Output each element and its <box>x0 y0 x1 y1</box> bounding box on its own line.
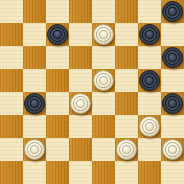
light-square-r2c2 <box>46 46 69 69</box>
dark-square-r4c3[interactable] <box>69 92 92 115</box>
dark-square-r5c2[interactable] <box>46 115 69 138</box>
light-square-r7c3 <box>69 161 92 184</box>
dark-square-r7c2[interactable] <box>46 161 69 184</box>
white-man-piece[interactable] <box>139 116 160 137</box>
light-square-r1c5 <box>115 23 138 46</box>
light-square-r4c4 <box>92 92 115 115</box>
dark-square-r2c5[interactable] <box>115 46 138 69</box>
light-square-r6c6 <box>138 138 161 161</box>
dark-square-r7c4[interactable] <box>92 161 115 184</box>
light-square-r3c3 <box>69 69 92 92</box>
light-square-r5c7 <box>161 115 184 138</box>
light-square-r7c5 <box>115 161 138 184</box>
light-square-r4c6 <box>138 92 161 115</box>
dark-square-r0c7[interactable] <box>161 0 184 23</box>
light-square-r1c7 <box>161 23 184 46</box>
dark-square-r2c7[interactable] <box>161 46 184 69</box>
black-man-piece[interactable] <box>162 47 183 68</box>
dark-square-r1c4[interactable] <box>92 23 115 46</box>
light-square-r0c2 <box>46 0 69 23</box>
dark-square-r6c3[interactable] <box>69 138 92 161</box>
white-man-piece[interactable] <box>93 24 114 45</box>
light-square-r3c1 <box>23 69 46 92</box>
white-man-piece[interactable] <box>162 139 183 160</box>
dark-square-r1c2[interactable] <box>46 23 69 46</box>
black-man-piece[interactable] <box>162 1 183 22</box>
dark-square-r7c0[interactable] <box>0 161 23 184</box>
black-man-piece[interactable] <box>139 24 160 45</box>
dark-square-r0c1[interactable] <box>23 0 46 23</box>
light-square-r6c2 <box>46 138 69 161</box>
light-square-r4c0 <box>0 92 23 115</box>
dark-square-r3c6[interactable] <box>138 69 161 92</box>
dark-square-r6c7[interactable] <box>161 138 184 161</box>
light-square-r2c4 <box>92 46 115 69</box>
light-square-r0c0 <box>0 0 23 23</box>
light-square-r5c1 <box>23 115 46 138</box>
dark-square-r2c1[interactable] <box>23 46 46 69</box>
light-square-r3c7 <box>161 69 184 92</box>
checkers-board <box>0 0 184 184</box>
light-square-r0c6 <box>138 0 161 23</box>
dark-square-r5c0[interactable] <box>0 115 23 138</box>
dark-square-r6c5[interactable] <box>115 138 138 161</box>
light-square-r3c5 <box>115 69 138 92</box>
dark-square-r0c5[interactable] <box>115 0 138 23</box>
dark-square-r4c5[interactable] <box>115 92 138 115</box>
light-square-r7c1 <box>23 161 46 184</box>
light-square-r4c2 <box>46 92 69 115</box>
light-square-r5c5 <box>115 115 138 138</box>
dark-square-r7c6[interactable] <box>138 161 161 184</box>
black-man-piece[interactable] <box>24 93 45 114</box>
dark-square-r4c7[interactable] <box>161 92 184 115</box>
light-square-r1c3 <box>69 23 92 46</box>
light-square-r6c4 <box>92 138 115 161</box>
dark-square-r2c3[interactable] <box>69 46 92 69</box>
black-man-piece[interactable] <box>139 70 160 91</box>
light-square-r0c4 <box>92 0 115 23</box>
dark-square-r5c4[interactable] <box>92 115 115 138</box>
dark-square-r6c1[interactable] <box>23 138 46 161</box>
white-man-piece[interactable] <box>93 70 114 91</box>
light-square-r1c1 <box>23 23 46 46</box>
light-square-r5c3 <box>69 115 92 138</box>
dark-square-r1c6[interactable] <box>138 23 161 46</box>
dark-square-r0c3[interactable] <box>69 0 92 23</box>
light-square-r7c7 <box>161 161 184 184</box>
dark-square-r1c0[interactable] <box>0 23 23 46</box>
dark-square-r4c1[interactable] <box>23 92 46 115</box>
light-square-r2c0 <box>0 46 23 69</box>
dark-square-r5c6[interactable] <box>138 115 161 138</box>
dark-square-r3c2[interactable] <box>46 69 69 92</box>
black-man-piece[interactable] <box>47 24 68 45</box>
light-square-r6c0 <box>0 138 23 161</box>
black-man-piece[interactable] <box>162 93 183 114</box>
dark-square-r3c4[interactable] <box>92 69 115 92</box>
white-man-piece[interactable] <box>116 139 137 160</box>
white-man-piece[interactable] <box>70 93 91 114</box>
dark-square-r3c0[interactable] <box>0 69 23 92</box>
light-square-r2c6 <box>138 46 161 69</box>
white-man-piece[interactable] <box>24 139 45 160</box>
